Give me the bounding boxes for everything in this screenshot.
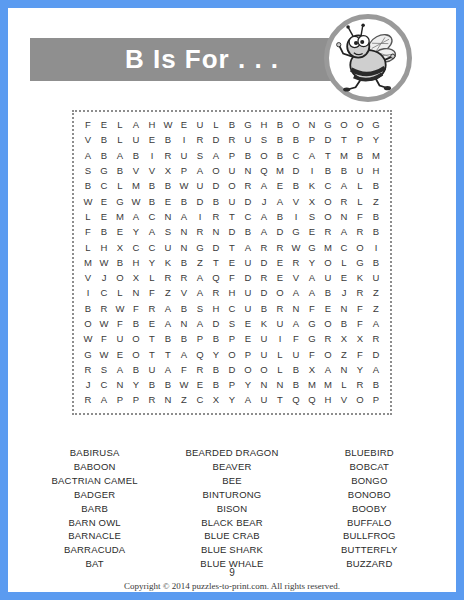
word-list-column-2: BEARDED DRAGONBEAVERBEEBINTURONGBISONBLA… [163, 446, 300, 571]
word-list-item: BUTTERFLY [301, 543, 438, 557]
grid-cell: J [80, 377, 96, 392]
grid-cell: T [224, 209, 240, 224]
grid-cell: B [176, 331, 192, 346]
grid-cell: E [240, 316, 256, 331]
grid-cell: X [336, 331, 352, 346]
grid-cell: O [352, 239, 368, 254]
grid-cell: P [112, 392, 128, 407]
page-number: 9 [8, 567, 456, 578]
grid-cell: V [128, 163, 144, 178]
grid-cell: A [144, 224, 160, 239]
grid-cell: G [112, 193, 128, 208]
grid-cell: W [80, 193, 96, 208]
grid-cell: R [208, 209, 224, 224]
grid-cell: U [288, 346, 304, 361]
grid-cell: R [192, 224, 208, 239]
grid-cell: N [288, 301, 304, 316]
grid-cell: B [288, 362, 304, 377]
grid-cell: O [240, 362, 256, 377]
grid-cell: U [240, 301, 256, 316]
grid-cell: N [240, 163, 256, 178]
grid-cell: A [208, 148, 224, 163]
grid-cell: B [352, 148, 368, 163]
grid-cell: B [288, 178, 304, 193]
grid-cell: U [368, 270, 384, 285]
grid-cell: C [240, 209, 256, 224]
grid-cell: A [336, 224, 352, 239]
word-list-item: BARNACLE [26, 529, 163, 543]
grid-cell: L [112, 178, 128, 193]
grid-cell: D [208, 316, 224, 331]
grid-cell: H [96, 239, 112, 254]
grid-cell: B [128, 362, 144, 377]
grid-cell: X [128, 270, 144, 285]
grid-cell: C [288, 148, 304, 163]
grid-cell: O [320, 316, 336, 331]
grid-cell: C [128, 239, 144, 254]
grid-cell: R [272, 239, 288, 254]
grid-cell: C [96, 377, 112, 392]
grid-cell: B [256, 301, 272, 316]
grid-cell: U [192, 117, 208, 132]
grid-cell: O [224, 178, 240, 193]
grid-cell: A [256, 224, 272, 239]
grid-cell: M [80, 255, 96, 270]
grid-cell: T [144, 346, 160, 361]
grid-cell: L [352, 178, 368, 193]
grid-cell: R [256, 270, 272, 285]
grid-cell: P [304, 132, 320, 147]
grid-cell: A [176, 209, 192, 224]
grid-cell: V [80, 270, 96, 285]
grid-cell: Y [224, 392, 240, 407]
grid-cell: H [320, 392, 336, 407]
grid-cell: O [320, 209, 336, 224]
grid-cell: X [304, 362, 320, 377]
grid-cell: A [256, 178, 272, 193]
grid-cell: U [272, 316, 288, 331]
grid-cell: V [176, 285, 192, 300]
grid-cell: S [160, 224, 176, 239]
grid-cell: U [352, 163, 368, 178]
grid-cell: O [128, 346, 144, 361]
grid-cell: Z [336, 346, 352, 361]
grid-cell: E [112, 346, 128, 361]
grid-cell: N [176, 316, 192, 331]
grid-cell: S [192, 301, 208, 316]
word-list-item: BARRACUDA [26, 543, 163, 557]
grid-cell: L [144, 270, 160, 285]
grid-cell: O [272, 285, 288, 300]
grid-cell: Q [192, 346, 208, 361]
grid-cell: U [128, 132, 144, 147]
grid-cell: M [272, 163, 288, 178]
puzzle-page: B Is For . . . [0, 0, 464, 600]
grid-cell: R [80, 362, 96, 377]
grid-cell: D [240, 270, 256, 285]
grid-cell: L [112, 285, 128, 300]
grid-cell: C [96, 178, 112, 193]
grid-cell: T [160, 346, 176, 361]
word-list-item: BEARDED DRAGON [163, 446, 300, 460]
grid-cell: T [208, 255, 224, 270]
grid-cell: C [336, 239, 352, 254]
grid-cell: F [80, 224, 96, 239]
grid-cell: R [352, 377, 368, 392]
grid-cell: A [240, 392, 256, 407]
grid-cell: C [320, 178, 336, 193]
grid-cell: I [80, 285, 96, 300]
grid-cell: V [288, 270, 304, 285]
grid-cell: E [304, 224, 320, 239]
grid-cell: K [352, 270, 368, 285]
grid-cell: A [112, 362, 128, 377]
grid-cell: B [112, 163, 128, 178]
grid-cell: C [96, 285, 112, 300]
grid-cell: O [320, 255, 336, 270]
grid-cell: S [304, 209, 320, 224]
grid-cell: U [160, 239, 176, 254]
grid-cell: W [288, 239, 304, 254]
word-list-item: BOBCAT [301, 460, 438, 474]
grid-cell: F [96, 331, 112, 346]
grid-cell: D [224, 224, 240, 239]
grid-cell: X [112, 239, 128, 254]
grid-cell: T [144, 331, 160, 346]
grid-cell: B [288, 377, 304, 392]
grid-cell: Q [304, 392, 320, 407]
grid-cell: G [304, 316, 320, 331]
grid-cell: Y [304, 255, 320, 270]
grid-cell: A [192, 270, 208, 285]
grid-cell: F [128, 301, 144, 316]
grid-cell: N [336, 301, 352, 316]
grid-cell: X [304, 193, 320, 208]
grid-cell: E [96, 117, 112, 132]
grid-cell: P [368, 392, 384, 407]
grid-cell: P [128, 392, 144, 407]
word-list-item: BLACK BEAR [163, 516, 300, 530]
grid-cell: T [320, 148, 336, 163]
grid-cell: U [192, 178, 208, 193]
grid-cell: R [320, 331, 336, 346]
grid-cell: B [160, 331, 176, 346]
grid-cell: F [224, 270, 240, 285]
word-list-item: BLUEBIRD [301, 446, 438, 460]
grid-cell: L [336, 255, 352, 270]
grid-cell: A [240, 239, 256, 254]
grid-cell: G [240, 117, 256, 132]
grid-cell: A [304, 285, 320, 300]
grid-cell: E [96, 193, 112, 208]
grid-cell: B [368, 255, 384, 270]
grid-cell: R [224, 132, 240, 147]
grid-cell: B [176, 193, 192, 208]
grid-cell: R [368, 331, 384, 346]
grid-cell: F [176, 362, 192, 377]
grid-cell: A [192, 316, 208, 331]
grid-cell: O [336, 117, 352, 132]
word-list-item: BOOBY [301, 502, 438, 516]
grid-cell: E [272, 255, 288, 270]
grid-cell: B [272, 148, 288, 163]
grid-cell: V [80, 132, 96, 147]
grid-cell: L [208, 117, 224, 132]
word-search-grid: FELAHWEULBGHBONGOOGVBLUEBIRDRUSBBPDTPYAB… [80, 117, 384, 408]
grid-cell: U [176, 148, 192, 163]
grid-cell: N [336, 362, 352, 377]
grid-cell: B [176, 301, 192, 316]
grid-cell: W [176, 377, 192, 392]
grid-cell: R [160, 270, 176, 285]
grid-cell: H [368, 163, 384, 178]
grid-cell: A [304, 148, 320, 163]
word-list-item: BONOBO [301, 488, 438, 502]
grid-cell: G [192, 239, 208, 254]
bee-medallion [324, 14, 412, 102]
word-list-item: BISON [163, 502, 300, 516]
grid-cell: B [272, 132, 288, 147]
grid-cell: P [240, 346, 256, 361]
grid-cell: Y [368, 132, 384, 147]
grid-cell: R [80, 392, 96, 407]
grid-cell: Y [208, 346, 224, 361]
grid-cell: F [288, 331, 304, 346]
grid-cell: G [96, 163, 112, 178]
grid-cell: W [160, 117, 176, 132]
grid-cell: R [192, 362, 208, 377]
grid-cell: Z [176, 392, 192, 407]
grid-cell: N [208, 224, 224, 239]
grid-cell: T [224, 239, 240, 254]
grid-cell: A [288, 285, 304, 300]
grid-cell: E [160, 193, 176, 208]
grid-cell: F [144, 285, 160, 300]
grid-cell: M [304, 377, 320, 392]
grid-cell: G [320, 117, 336, 132]
grid-cell: V [288, 193, 304, 208]
page-title: B Is For . . . [125, 44, 279, 75]
grid-cell: N [160, 392, 176, 407]
grid-cell: L [112, 117, 128, 132]
grid-cell: W [96, 316, 112, 331]
grid-cell: X [208, 392, 224, 407]
grid-cell: O [256, 148, 272, 163]
grid-cell: B [224, 117, 240, 132]
grid-cell: C [144, 239, 160, 254]
grid-cell: G [304, 331, 320, 346]
grid-cell: L [272, 362, 288, 377]
grid-cell: A [96, 392, 112, 407]
grid-cell: R [320, 224, 336, 239]
grid-cell: C [224, 301, 240, 316]
grid-cell: D [256, 255, 272, 270]
grid-cell: B [368, 224, 384, 239]
grid-cell: N [272, 377, 288, 392]
grid-cell: Y [352, 362, 368, 377]
grid-cell: J [336, 285, 352, 300]
copyright-footer: Copyright © 2014 puzzles-to-print.com. A… [8, 581, 456, 591]
word-list-item: BARN OWL [26, 516, 163, 530]
grid-cell: A [288, 316, 304, 331]
grid-cell: R [352, 224, 368, 239]
grid-cell: M [320, 377, 336, 392]
grid-cell: N [336, 209, 352, 224]
grid-cell: B [144, 178, 160, 193]
word-list-item: BABOON [26, 460, 163, 474]
grid-cell: A [80, 148, 96, 163]
grid-cell: E [96, 209, 112, 224]
grid-cell: B [80, 301, 96, 316]
grid-cell: I [144, 148, 160, 163]
grid-cell: E [176, 117, 192, 132]
grid-cell: O [320, 193, 336, 208]
grid-cell: A [192, 163, 208, 178]
grid-cell: A [176, 346, 192, 361]
grid-cell: A [304, 270, 320, 285]
grid-cell: B [96, 132, 112, 147]
grid-cell: D [288, 163, 304, 178]
grid-cell: U [112, 331, 128, 346]
grid-cell: W [96, 255, 112, 270]
grid-cell: A [368, 316, 384, 331]
grid-cell: A [320, 362, 336, 377]
grid-cell: G [304, 239, 320, 254]
grid-cell: R [352, 285, 368, 300]
grid-cell: L [272, 346, 288, 361]
grid-cell: R [144, 301, 160, 316]
grid-cell: E [144, 132, 160, 147]
word-list-item: BUFFALO [301, 516, 438, 530]
grid-cell: E [272, 270, 288, 285]
grid-cell: R [192, 132, 208, 147]
grid-cell: I [368, 239, 384, 254]
grid-cell: A [160, 316, 176, 331]
grid-cell: M [368, 148, 384, 163]
grid-cell: S [96, 362, 112, 377]
grid-cell: H [256, 117, 272, 132]
grid-cell: D [208, 239, 224, 254]
grid-cell: E [192, 377, 208, 392]
grid-cell: F [304, 301, 320, 316]
grid-cell: D [256, 285, 272, 300]
grid-cell: E [112, 224, 128, 239]
grid-cell: A [368, 362, 384, 377]
grid-cell: H [128, 255, 144, 270]
grid-cell: Z [368, 301, 384, 316]
grid-cell: I [288, 209, 304, 224]
grid-cell: B [128, 148, 144, 163]
grid-cell: U [320, 270, 336, 285]
word-search-grid-frame: FELAHWEULBGHBONGOOGVBLUEBIRDRUSBBPDTPYAB… [72, 110, 392, 415]
grid-cell: B [80, 178, 96, 193]
grid-cell: A [192, 285, 208, 300]
grid-cell: Y [144, 255, 160, 270]
grid-cell: J [256, 193, 272, 208]
grid-cell: A [272, 193, 288, 208]
grid-cell: U [240, 255, 256, 270]
grid-cell: S [224, 316, 240, 331]
grid-cell: N [176, 239, 192, 254]
grid-cell: B [160, 132, 176, 147]
grid-cell: D [368, 346, 384, 361]
grid-cell: N [256, 377, 272, 392]
grid-cell: N [160, 209, 176, 224]
grid-cell: U [256, 331, 272, 346]
grid-cell: N [128, 285, 144, 300]
grid-cell: B [288, 132, 304, 147]
grid-cell: N [112, 377, 128, 392]
grid-cell: Y [240, 377, 256, 392]
word-list-item: BEE [163, 474, 300, 488]
grid-cell: L [352, 193, 368, 208]
grid-cell: C [144, 209, 160, 224]
grid-cell: D [240, 193, 256, 208]
grid-cell: A [160, 301, 176, 316]
grid-cell: L [80, 209, 96, 224]
grid-cell: Z [192, 255, 208, 270]
grid-cell: W [112, 301, 128, 316]
grid-cell: R [176, 270, 192, 285]
grid-cell: E [320, 301, 336, 316]
grid-cell: Q [288, 392, 304, 407]
grid-cell: Y [128, 224, 144, 239]
grid-cell: A [160, 362, 176, 377]
grid-cell: O [208, 163, 224, 178]
grid-cell: B [368, 377, 384, 392]
grid-cell: T [336, 132, 352, 147]
grid-cell: N [304, 117, 320, 132]
grid-cell: U [240, 285, 256, 300]
grid-cell: Y [128, 377, 144, 392]
grid-cell: S [192, 148, 208, 163]
grid-cell: G [352, 255, 368, 270]
grid-cell: B [144, 193, 160, 208]
word-list-column-3: BLUEBIRDBOBCATBONGOBONOBOBOOBYBUFFALOBUL… [301, 446, 438, 571]
grid-cell: B [128, 316, 144, 331]
grid-cell: F [80, 117, 96, 132]
grid-cell: F [352, 301, 368, 316]
grid-cell: B [208, 362, 224, 377]
grid-cell: I [176, 132, 192, 147]
grid-cell: P [224, 148, 240, 163]
grid-cell: Z [160, 285, 176, 300]
grid-cell: A [336, 178, 352, 193]
grid-cell: B [176, 255, 192, 270]
grid-cell: B [208, 377, 224, 392]
grid-cell: M [112, 209, 128, 224]
grid-cell: U [256, 392, 272, 407]
grid-cell: B [272, 209, 288, 224]
grid-cell: K [256, 316, 272, 331]
grid-cell: O [256, 362, 272, 377]
grid-cell: H [224, 285, 240, 300]
word-list: BABIRUSABABOONBACTRIAN CAMELBADGERBARBBA… [26, 446, 438, 571]
grid-cell: B [240, 148, 256, 163]
grid-cell: V [336, 392, 352, 407]
grid-cell: F [352, 316, 368, 331]
grid-cell: O [128, 331, 144, 346]
grid-cell: D [272, 224, 288, 239]
grid-cell: R [144, 392, 160, 407]
grid-cell: E [144, 316, 160, 331]
grid-cell: I [192, 209, 208, 224]
word-list-item: BULLFROG [301, 529, 438, 543]
grid-cell: M [320, 239, 336, 254]
grid-cell: R [160, 148, 176, 163]
grid-cell: D [320, 132, 336, 147]
grid-cell: I [272, 331, 288, 346]
